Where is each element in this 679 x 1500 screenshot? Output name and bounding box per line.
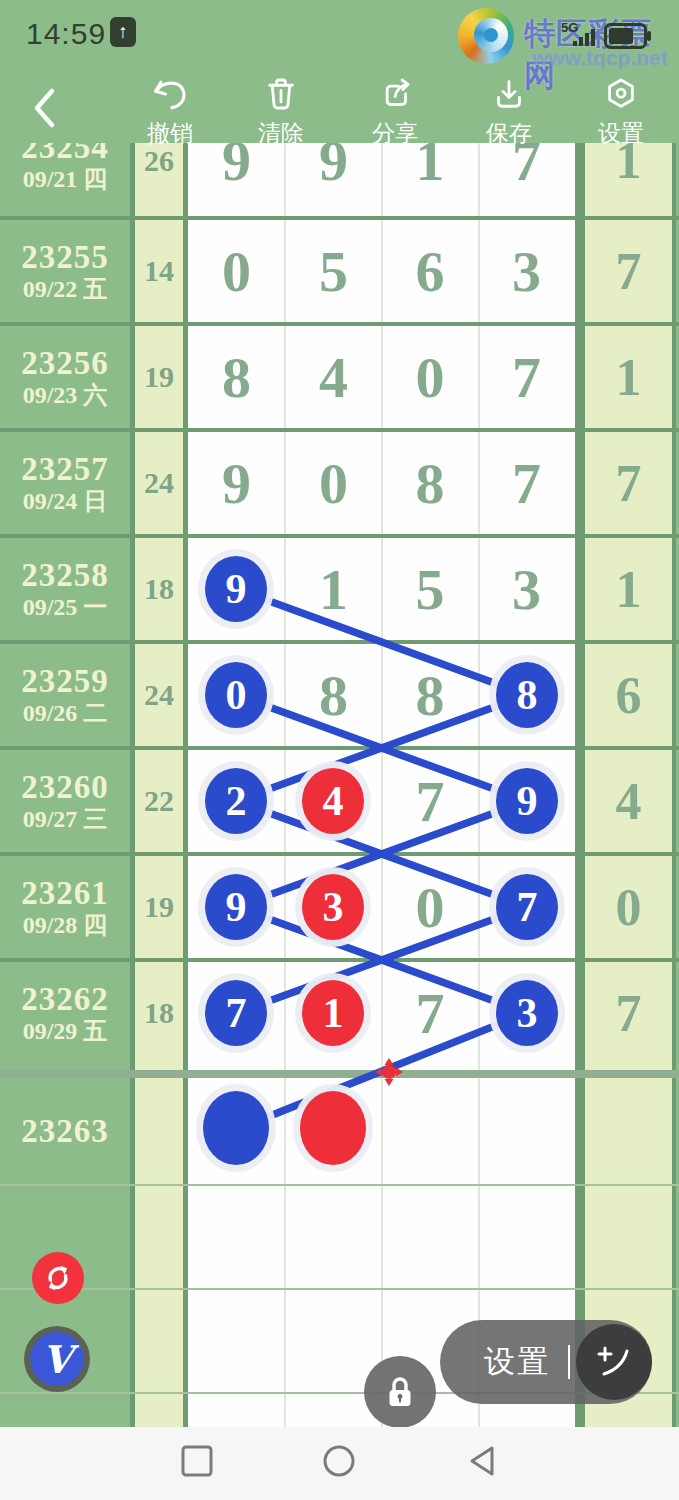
battery-icon <box>604 23 652 49</box>
v-tool-button[interactable]: V <box>24 1326 90 1392</box>
site-logo-url: www.tqcp.net <box>532 46 668 70</box>
blue-ball[interactable]: 9 <box>496 768 558 834</box>
red-ball[interactable]: 4 <box>302 768 364 834</box>
upload-arrow-icon: ↑ <box>110 17 136 47</box>
undo-button[interactable]: 撤销 <box>125 74 215 149</box>
prediction-blue-ball[interactable] <box>203 1091 269 1165</box>
red-ball[interactable]: 1 <box>302 980 364 1046</box>
site-logo-icon <box>458 8 514 64</box>
app-screen: 2325409/21 四 26 9 9 1 7 1 2325509/22 五 1… <box>0 0 679 1500</box>
top-toolbar: 14:59 ↑ 特区彩票网 www.tqcp.net 5G 撤销 <box>0 0 679 143</box>
save-label: 保存 <box>486 118 532 149</box>
nav-home-button[interactable] <box>322 1444 356 1478</box>
undo-icon <box>148 74 192 114</box>
blue-ball[interactable]: 9 <box>205 874 267 940</box>
drag-handle-marker[interactable] <box>375 1058 403 1086</box>
share-icon <box>374 74 416 114</box>
settings-pill[interactable]: 设置 <box>440 1320 652 1404</box>
blue-ball[interactable]: 8 <box>496 662 558 728</box>
back-button[interactable] <box>30 86 58 130</box>
pill-divider <box>568 1345 570 1379</box>
signal-bars-icon <box>573 28 597 46</box>
lock-icon <box>384 1375 416 1409</box>
blue-ball[interactable]: 7 <box>205 980 267 1046</box>
pill-settings-label[interactable]: 设置 <box>484 1320 550 1404</box>
add-line-icon <box>594 1342 634 1382</box>
trash-icon <box>260 74 302 114</box>
red-ball[interactable]: 3 <box>302 874 364 940</box>
blue-ball[interactable]: 2 <box>205 768 267 834</box>
share-label: 分享 <box>372 118 418 149</box>
prediction-red-ball[interactable] <box>300 1091 366 1165</box>
lock-button[interactable] <box>364 1356 436 1428</box>
blue-ball[interactable]: 0 <box>205 662 267 728</box>
clear-label: 清除 <box>258 118 304 149</box>
settings-label: 设置 <box>598 118 644 149</box>
nav-back-button[interactable] <box>466 1444 498 1478</box>
v-logo: V <box>30 1332 84 1386</box>
blue-ball[interactable]: 3 <box>496 980 558 1046</box>
clear-button[interactable]: 清除 <box>236 74 326 149</box>
clock: 14:59 <box>26 17 106 51</box>
undo-label: 撤销 <box>147 118 193 149</box>
add-line-button[interactable] <box>576 1324 652 1400</box>
blue-ball[interactable]: 9 <box>205 556 267 622</box>
blue-ball[interactable]: 7 <box>496 874 558 940</box>
nav-recents-button[interactable] <box>181 1444 213 1478</box>
refresh-icon <box>43 1263 73 1293</box>
share-button[interactable]: 分享 <box>350 74 440 149</box>
refresh-button[interactable] <box>32 1252 84 1304</box>
trend-lines <box>0 0 679 1500</box>
